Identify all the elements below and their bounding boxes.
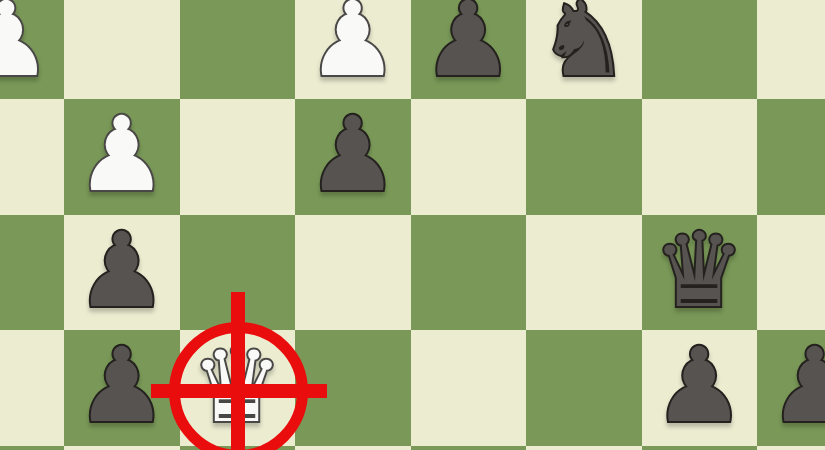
black-pawn[interactable]: ♟ [769,334,825,437]
board-square-h2[interactable]: ♟ [757,330,825,446]
board-square-e4[interactable] [411,99,527,215]
board-square-d2[interactable] [295,330,411,446]
board-square-b2[interactable]: ♟ [64,330,180,446]
board-square-b3[interactable]: ♟ [64,215,180,331]
board-square-c1[interactable] [180,446,296,450]
board-square-h1[interactable] [757,446,825,450]
board-square-e1[interactable] [411,446,527,450]
white-pawn[interactable]: ♟ [76,103,168,206]
board-square-b1[interactable] [64,446,180,450]
board-square-b4[interactable]: ♟ [64,99,180,215]
board-square-e2[interactable] [411,330,527,446]
board-square-g2[interactable]: ♟ [642,330,758,446]
board-square-a3[interactable] [0,215,64,331]
board-square-a2[interactable] [0,330,64,446]
board-square-e5[interactable]: ♟ [411,0,527,99]
board-square-d3[interactable] [295,215,411,331]
board-square-f2[interactable] [526,330,642,446]
board-square-d4[interactable]: ♟ [295,99,411,215]
board-square-a5[interactable]: ♟ [0,0,64,99]
black-knight[interactable]: ♞ [538,0,630,91]
board-square-f4[interactable] [526,99,642,215]
black-pawn[interactable]: ♟ [307,103,399,206]
board-square-b5[interactable] [64,0,180,99]
board-square-c4[interactable] [180,99,296,215]
chess-board: ♟♟♟♞♟♟♟♛♟♛♟♟ [0,0,825,450]
chess-board-viewport: ♟♟♟♞♟♟♟♛♟♛♟♟ [0,0,825,450]
black-pawn[interactable]: ♟ [653,334,745,437]
board-square-d1[interactable] [295,446,411,450]
board-square-a4[interactable] [0,99,64,215]
board-square-c3[interactable] [180,215,296,331]
board-square-g4[interactable] [642,99,758,215]
black-queen[interactable]: ♛ [653,219,745,322]
black-pawn[interactable]: ♟ [76,334,168,437]
board-square-f3[interactable] [526,215,642,331]
board-square-f1[interactable] [526,446,642,450]
white-queen[interactable]: ♛ [191,334,283,437]
board-square-e3[interactable] [411,215,527,331]
black-pawn[interactable]: ♟ [76,219,168,322]
board-square-h3[interactable] [757,215,825,331]
board-square-c2[interactable]: ♛ [180,330,296,446]
board-square-h4[interactable] [757,99,825,215]
board-square-g5[interactable] [642,0,758,99]
black-pawn[interactable]: ♟ [422,0,514,91]
white-pawn[interactable]: ♟ [307,0,399,91]
board-square-g3[interactable]: ♛ [642,215,758,331]
board-square-f5[interactable]: ♞ [526,0,642,99]
board-square-h5[interactable] [757,0,825,99]
board-square-g1[interactable] [642,446,758,450]
board-square-c5[interactable] [180,0,296,99]
board-square-d5[interactable]: ♟ [295,0,411,99]
board-square-a1[interactable] [0,446,64,450]
white-pawn[interactable]: ♟ [0,0,52,91]
